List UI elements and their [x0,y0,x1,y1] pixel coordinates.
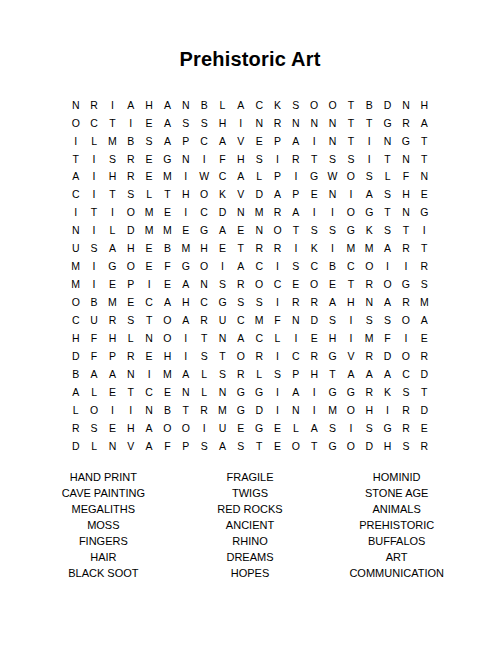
grid-cell[interactable]: G [250,383,268,401]
grid-cell[interactable]: S [232,437,250,455]
grid-cell[interactable]: R [232,275,250,293]
grid-cell[interactable]: S [250,150,268,168]
grid-cell[interactable]: W [195,168,213,186]
grid-cell[interactable]: S [232,293,250,311]
grid-cell[interactable]: M [140,204,158,222]
grid-cell[interactable]: F [158,257,176,275]
grid-cell[interactable]: T [250,437,268,455]
grid-cell[interactable]: H [177,293,195,311]
grid-cell[interactable]: R [268,114,286,132]
grid-cell[interactable]: H [158,347,176,365]
grid-cell[interactable]: P [287,365,305,383]
grid-cell[interactable]: A [415,311,433,329]
grid-cell[interactable]: C [397,365,415,383]
grid-cell[interactable]: E [158,383,176,401]
grid-cell[interactable]: O [158,329,176,347]
grid-cell[interactable]: R [250,240,268,258]
grid-cell[interactable]: O [397,311,415,329]
grid-cell[interactable]: E [140,150,158,168]
grid-cell[interactable]: E [268,419,286,437]
grid-cell[interactable]: A [158,293,176,311]
grid-cell[interactable]: F [213,150,231,168]
grid-cell[interactable]: I [103,204,121,222]
grid-cell[interactable]: D [360,437,378,455]
grid-cell[interactable]: L [250,168,268,186]
grid-cell[interactable]: I [305,383,323,401]
grid-cell[interactable]: N [287,114,305,132]
grid-cell[interactable]: I [378,257,396,275]
grid-cell[interactable]: G [195,222,213,240]
grid-cell[interactable]: S [140,132,158,150]
grid-cell[interactable]: R [305,347,323,365]
grid-cell[interactable]: I [85,257,103,275]
grid-cell[interactable]: B [122,132,140,150]
grid-cell[interactable]: C [305,257,323,275]
grid-cell[interactable]: O [378,275,396,293]
grid-cell[interactable]: N [250,114,268,132]
grid-cell[interactable]: E [103,419,121,437]
grid-cell[interactable]: D [415,365,433,383]
grid-cell[interactable]: A [232,96,250,114]
grid-cell[interactable]: R [103,311,121,329]
grid-cell[interactable]: A [140,437,158,455]
grid-cell[interactable]: H [122,240,140,258]
grid-cell[interactable]: C [250,329,268,347]
grid-cell[interactable]: E [268,437,286,455]
grid-cell[interactable]: L [122,329,140,347]
grid-cell[interactable]: L [85,383,103,401]
grid-cell[interactable]: T [103,186,121,204]
grid-cell[interactable]: S [397,383,415,401]
grid-cell[interactable]: S [360,311,378,329]
grid-cell[interactable]: E [250,132,268,150]
grid-cell[interactable]: I [268,257,286,275]
grid-cell[interactable]: S [103,150,121,168]
grid-cell[interactable]: C [67,186,85,204]
grid-cell[interactable]: I [177,329,195,347]
grid-cell[interactable]: L [140,186,158,204]
grid-cell[interactable]: S [323,419,341,437]
grid-cell[interactable]: A [158,132,176,150]
grid-cell[interactable]: A [360,186,378,204]
grid-cell[interactable]: I [305,132,323,150]
grid-cell[interactable]: G [323,437,341,455]
grid-cell[interactable]: G [323,347,341,365]
grid-cell[interactable]: I [67,132,85,150]
grid-cell[interactable]: H [232,150,250,168]
grid-cell[interactable]: L [195,365,213,383]
grid-cell[interactable]: I [177,168,195,186]
grid-cell[interactable]: L [213,96,231,114]
grid-cell[interactable]: L [250,365,268,383]
grid-cell[interactable]: M [158,222,176,240]
grid-cell[interactable]: U [67,240,85,258]
grid-cell[interactable]: T [323,365,341,383]
grid-cell[interactable]: M [360,329,378,347]
grid-cell[interactable]: E [287,275,305,293]
grid-cell[interactable]: R [360,275,378,293]
grid-cell[interactable]: G [232,383,250,401]
grid-cell[interactable]: T [177,401,195,419]
grid-cell[interactable]: S [85,240,103,258]
grid-cell[interactable]: N [103,437,121,455]
grid-cell[interactable]: M [140,222,158,240]
grid-cell[interactable]: I [85,150,103,168]
grid-cell[interactable]: I [360,132,378,150]
grid-cell[interactable]: V [232,132,250,150]
grid-cell[interactable]: R [268,204,286,222]
grid-cell[interactable]: R [397,419,415,437]
grid-cell[interactable]: S [397,437,415,455]
grid-cell[interactable]: C [85,114,103,132]
grid-cell[interactable]: S [323,150,341,168]
grid-cell[interactable]: D [415,401,433,419]
grid-cell[interactable]: G [342,222,360,240]
grid-cell[interactable]: F [397,168,415,186]
grid-cell[interactable]: O [305,275,323,293]
grid-cell[interactable]: A [213,132,231,150]
grid-cell[interactable]: T [415,150,433,168]
grid-cell[interactable]: R [415,437,433,455]
grid-cell[interactable]: T [305,150,323,168]
grid-cell[interactable]: R [397,114,415,132]
grid-cell[interactable]: L [287,419,305,437]
grid-cell[interactable]: B [360,96,378,114]
grid-cell[interactable]: E [213,240,231,258]
grid-cell[interactable]: R [195,401,213,419]
grid-cell[interactable]: R [195,311,213,329]
grid-cell[interactable]: O [323,96,341,114]
grid-cell[interactable]: T [158,186,176,204]
grid-cell[interactable]: A [287,132,305,150]
grid-cell[interactable]: O [195,257,213,275]
grid-cell[interactable]: I [305,401,323,419]
grid-cell[interactable]: I [213,257,231,275]
grid-cell[interactable]: D [250,401,268,419]
grid-cell[interactable]: H [397,186,415,204]
grid-cell[interactable]: S [177,114,195,132]
grid-cell[interactable]: O [397,347,415,365]
grid-cell[interactable]: D [378,347,396,365]
grid-cell[interactable]: A [103,365,121,383]
grid-cell[interactable]: N [360,293,378,311]
grid-cell[interactable]: L [85,437,103,455]
grid-cell[interactable]: N [378,132,396,150]
grid-cell[interactable]: N [397,204,415,222]
grid-cell[interactable]: O [67,293,85,311]
grid-cell[interactable]: G [323,383,341,401]
grid-cell[interactable]: V [232,186,250,204]
grid-cell[interactable]: R [67,419,85,437]
grid-cell[interactable]: R [122,168,140,186]
grid-cell[interactable]: N [177,96,195,114]
grid-cell[interactable]: E [122,293,140,311]
grid-cell[interactable]: B [67,365,85,383]
grid-cell[interactable]: T [213,347,231,365]
grid-cell[interactable]: R [122,150,140,168]
grid-cell[interactable]: U [85,311,103,329]
grid-cell[interactable]: P [177,132,195,150]
grid-cell[interactable]: G [397,275,415,293]
grid-cell[interactable]: A [213,222,231,240]
grid-cell[interactable]: A [378,293,396,311]
grid-cell[interactable]: I [103,401,121,419]
grid-cell[interactable]: O [305,96,323,114]
grid-cell[interactable]: D [250,186,268,204]
grid-cell[interactable]: I [342,186,360,204]
grid-cell[interactable]: G [378,419,396,437]
grid-cell[interactable]: T [342,96,360,114]
grid-cell[interactable]: B [323,257,341,275]
grid-cell[interactable]: A [232,329,250,347]
grid-cell[interactable]: I [195,150,213,168]
grid-cell[interactable]: S [360,419,378,437]
grid-cell[interactable]: A [158,114,176,132]
grid-cell[interactable]: O [85,401,103,419]
grid-cell[interactable]: S [268,365,286,383]
grid-cell[interactable]: M [177,240,195,258]
grid-cell[interactable]: C [250,96,268,114]
grid-cell[interactable]: A [213,437,231,455]
grid-cell[interactable]: H [213,114,231,132]
grid-cell[interactable]: I [287,240,305,258]
grid-cell[interactable]: I [122,114,140,132]
grid-cell[interactable]: L [67,401,85,419]
grid-cell[interactable]: I [268,383,286,401]
grid-cell[interactable]: U [213,311,231,329]
grid-cell[interactable]: S [250,293,268,311]
grid-cell[interactable]: T [67,150,85,168]
grid-cell[interactable]: T [415,132,433,150]
grid-cell[interactable]: H [122,419,140,437]
grid-cell[interactable]: I [177,347,195,365]
grid-cell[interactable]: G [232,401,250,419]
grid-cell[interactable]: K [360,222,378,240]
grid-cell[interactable]: H [323,329,341,347]
grid-cell[interactable]: G [397,132,415,150]
grid-cell[interactable]: I [103,96,121,114]
grid-cell[interactable]: N [122,365,140,383]
grid-cell[interactable]: C [140,293,158,311]
grid-cell[interactable]: N [287,401,305,419]
grid-cell[interactable]: K [378,383,396,401]
grid-cell[interactable]: E [323,275,341,293]
grid-cell[interactable]: N [177,383,195,401]
grid-cell[interactable]: A [360,365,378,383]
grid-cell[interactable]: I [323,204,341,222]
grid-cell[interactable]: C [342,257,360,275]
grid-cell[interactable]: O [268,222,286,240]
grid-cell[interactable]: B [158,401,176,419]
grid-cell[interactable]: M [250,311,268,329]
grid-cell[interactable]: C [195,293,213,311]
grid-cell[interactable]: R [287,293,305,311]
grid-cell[interactable]: S [195,347,213,365]
grid-cell[interactable]: M [103,132,121,150]
grid-cell[interactable]: G [177,257,195,275]
grid-cell[interactable]: M [158,365,176,383]
grid-cell[interactable]: H [415,96,433,114]
grid-cell[interactable]: O [177,419,195,437]
grid-cell[interactable]: H [378,437,396,455]
grid-cell[interactable]: A [122,96,140,114]
grid-cell[interactable]: R [360,347,378,365]
grid-cell[interactable]: R [397,401,415,419]
grid-cell[interactable]: I [85,186,103,204]
grid-cell[interactable]: R [268,240,286,258]
grid-cell[interactable]: I [140,365,158,383]
grid-cell[interactable]: S [213,365,231,383]
grid-cell[interactable]: N [323,186,341,204]
grid-cell[interactable]: I [342,419,360,437]
grid-cell[interactable]: S [195,114,213,132]
grid-cell[interactable]: A [103,240,121,258]
grid-cell[interactable]: R [397,240,415,258]
grid-cell[interactable]: I [195,419,213,437]
grid-cell[interactable]: G [378,114,396,132]
grid-cell[interactable]: H [305,365,323,383]
grid-cell[interactable]: S [323,311,341,329]
grid-cell[interactable]: S [287,257,305,275]
grid-cell[interactable]: O [158,311,176,329]
grid-cell[interactable]: T [232,240,250,258]
grid-cell[interactable]: D [67,347,85,365]
grid-cell[interactable]: A [287,204,305,222]
grid-cell[interactable]: G [213,293,231,311]
grid-cell[interactable]: E [415,419,433,437]
grid-cell[interactable]: T [122,383,140,401]
grid-cell[interactable]: M [213,401,231,419]
grid-cell[interactable]: T [85,204,103,222]
grid-cell[interactable]: D [122,222,140,240]
grid-cell[interactable]: I [342,311,360,329]
grid-cell[interactable]: U [213,419,231,437]
grid-cell[interactable]: S [305,222,323,240]
grid-cell[interactable]: T [360,114,378,132]
grid-cell[interactable]: H [140,96,158,114]
grid-cell[interactable]: H [342,293,360,311]
grid-cell[interactable]: T [342,275,360,293]
grid-cell[interactable]: S [85,419,103,437]
grid-cell[interactable]: H [195,240,213,258]
grid-cell[interactable]: I [268,150,286,168]
grid-cell[interactable]: I [85,222,103,240]
grid-cell[interactable]: O [122,204,140,222]
grid-cell[interactable]: G [360,204,378,222]
grid-cell[interactable]: M [67,275,85,293]
grid-cell[interactable]: C [140,383,158,401]
grid-cell[interactable]: L [103,222,121,240]
grid-cell[interactable]: E [415,329,433,347]
grid-cell[interactable]: I [177,204,195,222]
grid-cell[interactable]: P [177,437,195,455]
grid-cell[interactable]: G [250,419,268,437]
grid-cell[interactable]: M [360,240,378,258]
grid-cell[interactable]: A [232,168,250,186]
grid-cell[interactable]: N [415,168,433,186]
grid-cell[interactable]: I [268,401,286,419]
grid-cell[interactable]: M [67,257,85,275]
grid-cell[interactable]: E [140,168,158,186]
grid-cell[interactable]: I [415,222,433,240]
grid-cell[interactable]: A [85,365,103,383]
grid-cell[interactable]: O [287,437,305,455]
grid-cell[interactable]: R [232,365,250,383]
grid-cell[interactable]: E [305,329,323,347]
grid-cell[interactable]: D [213,204,231,222]
grid-cell[interactable]: S [360,168,378,186]
grid-cell[interactable]: O [342,168,360,186]
grid-cell[interactable]: K [213,186,231,204]
grid-cell[interactable]: N [67,96,85,114]
grid-cell[interactable]: I [268,293,286,311]
grid-cell[interactable]: N [67,222,85,240]
grid-cell[interactable]: T [195,329,213,347]
grid-cell[interactable]: O [195,186,213,204]
grid-cell[interactable]: N [140,401,158,419]
grid-cell[interactable]: O [250,275,268,293]
grid-cell[interactable]: N [140,329,158,347]
grid-cell[interactable]: D [378,96,396,114]
grid-cell[interactable]: I [85,168,103,186]
grid-cell[interactable]: F [158,437,176,455]
grid-cell[interactable]: S [213,275,231,293]
grid-cell[interactable]: F [378,329,396,347]
grid-cell[interactable]: N [397,150,415,168]
grid-cell[interactable]: T [415,383,433,401]
grid-cell[interactable]: I [67,204,85,222]
grid-cell[interactable]: T [415,240,433,258]
grid-cell[interactable]: I [323,240,341,258]
grid-cell[interactable]: P [122,275,140,293]
grid-cell[interactable]: N [195,275,213,293]
grid-cell[interactable]: S [195,437,213,455]
grid-cell[interactable]: C [232,311,250,329]
grid-cell[interactable]: C [287,347,305,365]
grid-cell[interactable]: E [140,240,158,258]
grid-cell[interactable]: A [67,168,85,186]
grid-cell[interactable]: N [177,150,195,168]
grid-cell[interactable]: I [287,168,305,186]
grid-cell[interactable]: G [103,257,121,275]
grid-cell[interactable]: T [305,437,323,455]
grid-cell[interactable]: O [342,401,360,419]
grid-cell[interactable]: A [342,365,360,383]
grid-cell[interactable]: S [342,150,360,168]
grid-cell[interactable]: E [103,383,121,401]
grid-cell[interactable]: E [140,257,158,275]
grid-cell[interactable]: A [177,275,195,293]
grid-cell[interactable]: I [85,275,103,293]
grid-cell[interactable]: O [232,347,250,365]
grid-cell[interactable]: S [122,186,140,204]
grid-cell[interactable]: E [140,114,158,132]
grid-cell[interactable]: I [305,204,323,222]
grid-cell[interactable]: K [305,240,323,258]
grid-cell[interactable]: A [177,365,195,383]
grid-cell[interactable]: G [305,168,323,186]
grid-cell[interactable]: I [397,257,415,275]
grid-cell[interactable]: R [250,347,268,365]
grid-cell[interactable]: C [195,204,213,222]
grid-cell[interactable]: P [268,132,286,150]
grid-cell[interactable]: R [415,257,433,275]
grid-cell[interactable]: R [305,293,323,311]
grid-cell[interactable]: O [67,114,85,132]
grid-cell[interactable]: N [287,311,305,329]
grid-cell[interactable]: I [140,275,158,293]
grid-cell[interactable]: T [397,222,415,240]
